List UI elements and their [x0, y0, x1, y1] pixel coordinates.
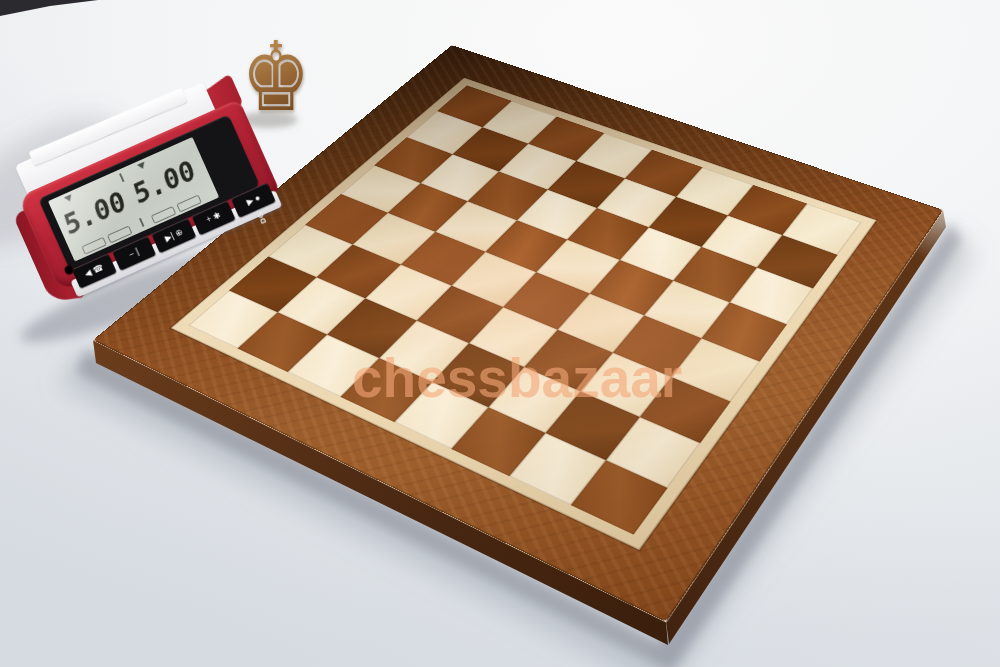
- lcd-label-box: [81, 237, 107, 255]
- lcd-flag-right: [137, 162, 147, 171]
- lcd-label-box: [151, 206, 177, 224]
- lcd-label-box: [176, 195, 202, 213]
- photo-backdrop: ♚ chessbazaar 5.00 5.00 DGT3000 ◀: [0, 0, 1000, 667]
- lcd-label-box: [107, 225, 133, 243]
- lcd-divider-top: [119, 173, 124, 182]
- backdrop-edge-dark-sliver: [0, 0, 98, 16]
- lcd-flag-left: [64, 194, 74, 203]
- clock-left-time: 5.00: [57, 183, 132, 242]
- clock-right-time: 5.00: [126, 152, 201, 211]
- chess-piece-king[interactable]: ♚: [238, 26, 315, 128]
- lcd-divider-bottom: [139, 218, 144, 227]
